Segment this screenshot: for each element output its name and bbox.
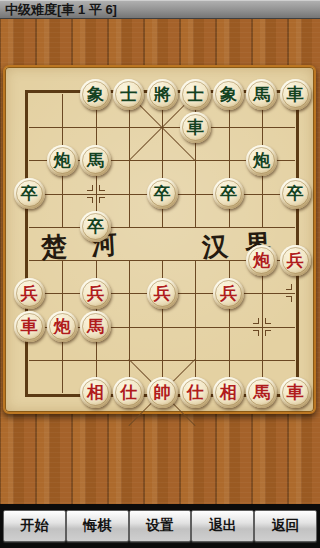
piece-red-soldier[interactable]: 兵 (14, 278, 45, 309)
piece-glyph: 車 (21, 318, 38, 335)
piece-glyph: 車 (287, 86, 304, 103)
piece-glyph: 車 (287, 384, 304, 401)
piece-glyph: 炮 (54, 152, 71, 169)
piece-black-soldier[interactable]: 卒 (14, 178, 45, 209)
xiangqi-board[interactable]: 楚河 汉界 象士將士象馬車車炮馬炮卒卒卒卒卒炮兵兵兵兵兵車炮馬相仕帥仕相馬車 (3, 65, 316, 414)
grid-line (262, 260, 263, 393)
point-marker (265, 318, 271, 324)
piece-black-advisor[interactable]: 士 (113, 79, 144, 110)
start-button[interactable]: 开始 (3, 510, 66, 542)
point-marker (253, 330, 259, 336)
piece-red-cannon[interactable]: 炮 (246, 245, 277, 276)
grid-line (195, 260, 196, 393)
piece-red-cannon[interactable]: 炮 (47, 311, 78, 342)
piece-black-elephant[interactable]: 象 (80, 79, 111, 110)
back-button[interactable]: 返回 (254, 510, 317, 542)
piece-red-elephant[interactable]: 相 (80, 377, 111, 408)
piece-glyph: 相 (87, 384, 104, 401)
piece-glyph: 炮 (253, 252, 270, 269)
piece-glyph: 將 (154, 86, 171, 103)
piece-black-horse[interactable]: 馬 (80, 145, 111, 176)
piece-glyph: 象 (220, 86, 237, 103)
piece-red-soldier[interactable]: 兵 (147, 278, 178, 309)
piece-glyph: 相 (220, 384, 237, 401)
piece-glyph: 車 (187, 119, 204, 136)
piece-red-soldier[interactable]: 兵 (280, 245, 311, 276)
piece-red-soldier[interactable]: 兵 (213, 278, 244, 309)
point-marker (253, 318, 259, 324)
settings-button[interactable]: 设置 (129, 510, 192, 542)
piece-black-general[interactable]: 將 (147, 79, 178, 110)
piece-glyph: 兵 (220, 285, 237, 302)
piece-glyph: 兵 (154, 285, 171, 302)
piece-black-elephant[interactable]: 象 (213, 79, 244, 110)
piece-glyph: 馬 (87, 318, 104, 335)
piece-red-horse[interactable]: 馬 (80, 311, 111, 342)
app-screen: 中级难度[車 1 平 6] 楚河 汉界 象士將士象馬車車炮馬炮卒卒卒卒卒炮兵兵兵… (0, 0, 320, 548)
undo-button[interactable]: 悔棋 (66, 510, 129, 542)
piece-glyph: 仕 (187, 384, 204, 401)
piece-glyph: 卒 (220, 185, 237, 202)
piece-black-advisor[interactable]: 士 (180, 79, 211, 110)
piece-red-chariot[interactable]: 車 (280, 377, 311, 408)
piece-black-horse[interactable]: 馬 (246, 79, 277, 110)
piece-glyph: 卒 (154, 185, 171, 202)
piece-glyph: 馬 (253, 384, 270, 401)
point-marker (99, 197, 105, 203)
piece-glyph: 象 (87, 86, 104, 103)
title-text: 中级难度[車 1 平 6] (5, 2, 117, 17)
grid-line (129, 260, 130, 393)
point-marker (87, 197, 93, 203)
point-marker (286, 296, 292, 302)
point-marker (286, 284, 292, 290)
title-bar: 中级难度[車 1 平 6] (0, 0, 320, 19)
piece-glyph: 卒 (87, 218, 104, 235)
point-marker (99, 185, 105, 191)
piece-black-chariot[interactable]: 車 (280, 79, 311, 110)
button-bar: 开始 悔棋 设置 退出 返回 (0, 504, 320, 548)
piece-red-horse[interactable]: 馬 (246, 377, 277, 408)
piece-glyph: 兵 (21, 285, 38, 302)
piece-black-chariot[interactable]: 車 (180, 112, 211, 143)
point-marker (87, 185, 93, 191)
piece-red-elephant[interactable]: 相 (213, 377, 244, 408)
piece-glyph: 兵 (287, 252, 304, 269)
piece-glyph: 兵 (87, 285, 104, 302)
piece-black-soldier[interactable]: 卒 (213, 178, 244, 209)
piece-glyph: 仕 (120, 384, 137, 401)
exit-button[interactable]: 退出 (191, 510, 254, 542)
piece-glyph: 帥 (154, 384, 171, 401)
piece-glyph: 卒 (287, 185, 304, 202)
piece-glyph: 炮 (253, 152, 270, 169)
piece-glyph: 卒 (21, 185, 38, 202)
piece-glyph: 士 (120, 86, 137, 103)
piece-red-soldier[interactable]: 兵 (80, 278, 111, 309)
piece-black-cannon[interactable]: 炮 (47, 145, 78, 176)
piece-black-soldier[interactable]: 卒 (147, 178, 178, 209)
piece-glyph: 士 (187, 86, 204, 103)
piece-red-advisor[interactable]: 仕 (180, 377, 211, 408)
piece-glyph: 馬 (87, 152, 104, 169)
point-marker (265, 330, 271, 336)
piece-glyph: 馬 (253, 86, 270, 103)
piece-red-advisor[interactable]: 仕 (113, 377, 144, 408)
piece-black-soldier[interactable]: 卒 (280, 178, 311, 209)
piece-red-chariot[interactable]: 車 (14, 311, 45, 342)
piece-red-general[interactable]: 帥 (147, 377, 178, 408)
piece-black-cannon[interactable]: 炮 (246, 145, 277, 176)
piece-glyph: 炮 (54, 318, 71, 335)
